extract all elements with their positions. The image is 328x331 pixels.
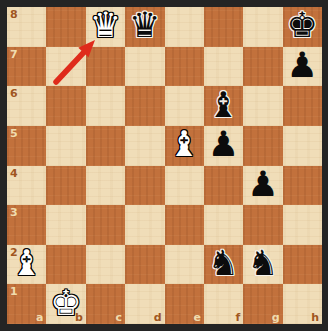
square-a1[interactable]: 1a	[7, 284, 46, 324]
square-d7[interactable]	[125, 47, 164, 87]
square-e3[interactable]	[165, 205, 204, 245]
square-h1[interactable]: h	[283, 284, 322, 324]
square-c3[interactable]	[86, 205, 125, 245]
square-d3[interactable]	[125, 205, 164, 245]
rank-label-3: 3	[10, 207, 18, 218]
square-a3[interactable]: 3	[7, 205, 46, 245]
square-f5[interactable]: ♟	[204, 126, 243, 166]
square-a2[interactable]: 2♝	[7, 245, 46, 285]
square-e2[interactable]	[165, 245, 204, 285]
square-g2[interactable]: ♞	[243, 245, 282, 285]
square-e4[interactable]	[165, 166, 204, 206]
rank-label-5: 5	[10, 128, 18, 139]
square-a6[interactable]: 6	[7, 86, 46, 126]
piece-black-knight[interactable]: ♞	[208, 246, 239, 281]
file-label-f: f	[235, 312, 240, 323]
file-label-e: e	[193, 312, 200, 323]
square-g3[interactable]	[243, 205, 282, 245]
chess-board: 8♛♛♚7♟6♝5♝♟4♟32♝♞♞1ab♚cdefgh	[7, 7, 322, 324]
square-b3[interactable]	[46, 205, 85, 245]
square-h8[interactable]: ♚	[283, 7, 322, 47]
square-d2[interactable]	[125, 245, 164, 285]
square-f8[interactable]	[204, 7, 243, 47]
piece-black-pawn[interactable]: ♟	[247, 167, 278, 202]
piece-white-bishop[interactable]: ♝	[11, 246, 42, 281]
file-label-a: a	[36, 312, 43, 323]
square-c8[interactable]: ♛	[86, 7, 125, 47]
piece-black-king[interactable]: ♚	[287, 8, 318, 43]
square-g1[interactable]: g	[243, 284, 282, 324]
square-b7[interactable]	[46, 47, 85, 87]
piece-white-king[interactable]: ♚	[50, 286, 81, 321]
piece-black-knight[interactable]: ♞	[247, 246, 278, 281]
square-f7[interactable]	[204, 47, 243, 87]
square-c5[interactable]	[86, 126, 125, 166]
file-label-d: d	[154, 312, 162, 323]
square-e8[interactable]	[165, 7, 204, 47]
square-h4[interactable]	[283, 166, 322, 206]
square-d1[interactable]: d	[125, 284, 164, 324]
square-e1[interactable]: e	[165, 284, 204, 324]
square-f2[interactable]: ♞	[204, 245, 243, 285]
piece-black-bishop[interactable]: ♝	[208, 88, 239, 123]
square-b4[interactable]	[46, 166, 85, 206]
rank-label-6: 6	[10, 88, 18, 99]
square-b5[interactable]	[46, 126, 85, 166]
square-c2[interactable]	[86, 245, 125, 285]
square-e6[interactable]	[165, 86, 204, 126]
square-c7[interactable]	[86, 47, 125, 87]
square-h7[interactable]: ♟	[283, 47, 322, 87]
square-f3[interactable]	[204, 205, 243, 245]
piece-black-pawn[interactable]: ♟	[208, 127, 239, 162]
square-a7[interactable]: 7	[7, 47, 46, 87]
square-g7[interactable]	[243, 47, 282, 87]
rank-label-1: 1	[10, 286, 18, 297]
square-b6[interactable]	[46, 86, 85, 126]
square-h3[interactable]	[283, 205, 322, 245]
square-g5[interactable]	[243, 126, 282, 166]
square-g8[interactable]	[243, 7, 282, 47]
square-c1[interactable]: c	[86, 284, 125, 324]
piece-white-bishop[interactable]: ♝	[168, 127, 199, 162]
piece-white-queen[interactable]: ♛	[90, 8, 121, 43]
square-d6[interactable]	[125, 86, 164, 126]
square-c6[interactable]	[86, 86, 125, 126]
square-b8[interactable]	[46, 7, 85, 47]
square-d8[interactable]: ♛	[125, 7, 164, 47]
square-f1[interactable]: f	[204, 284, 243, 324]
file-label-c: c	[116, 312, 123, 323]
piece-black-queen[interactable]: ♛	[129, 8, 160, 43]
square-f4[interactable]	[204, 166, 243, 206]
rank-label-7: 7	[10, 49, 18, 60]
square-h2[interactable]	[283, 245, 322, 285]
square-e7[interactable]	[165, 47, 204, 87]
rank-label-4: 4	[10, 168, 18, 179]
board-frame: 8♛♛♚7♟6♝5♝♟4♟32♝♞♞1ab♚cdefgh	[0, 0, 328, 331]
square-a5[interactable]: 5	[7, 126, 46, 166]
square-a8[interactable]: 8	[7, 7, 46, 47]
file-label-g: g	[272, 312, 280, 323]
square-b1[interactable]: b♚	[46, 284, 85, 324]
piece-black-pawn[interactable]: ♟	[287, 48, 318, 83]
square-g4[interactable]: ♟	[243, 166, 282, 206]
square-b2[interactable]	[46, 245, 85, 285]
rank-label-8: 8	[10, 9, 18, 20]
square-d5[interactable]	[125, 126, 164, 166]
square-h6[interactable]	[283, 86, 322, 126]
square-f6[interactable]: ♝	[204, 86, 243, 126]
square-d4[interactable]	[125, 166, 164, 206]
square-c4[interactable]	[86, 166, 125, 206]
square-a4[interactable]: 4	[7, 166, 46, 206]
square-h5[interactable]	[283, 126, 322, 166]
square-g6[interactable]	[243, 86, 282, 126]
square-e5[interactable]: ♝	[165, 126, 204, 166]
file-label-h: h	[311, 312, 319, 323]
